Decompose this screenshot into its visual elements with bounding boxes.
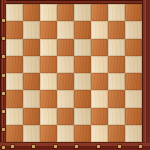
square-a8[interactable] (6, 4, 23, 21)
square-b6[interactable] (23, 39, 40, 56)
brass-inlay (2, 146, 5, 149)
square-f7[interactable] (91, 21, 108, 38)
brass-inlay (54, 145, 57, 148)
square-d5[interactable] (57, 56, 74, 73)
square-d2[interactable] (57, 108, 74, 125)
brass-inlay (2, 110, 5, 113)
square-b4[interactable] (23, 73, 40, 90)
square-a5[interactable] (6, 56, 23, 73)
square-a7[interactable] (6, 21, 23, 38)
square-e8[interactable] (74, 4, 91, 21)
square-d4[interactable] (57, 73, 74, 90)
brass-inlay (2, 19, 5, 22)
square-c4[interactable] (40, 73, 57, 90)
square-f2[interactable] (91, 108, 108, 125)
square-h6[interactable] (125, 39, 142, 56)
square-e4[interactable] (74, 73, 91, 90)
square-d3[interactable] (57, 90, 74, 107)
brass-inlay (2, 37, 5, 40)
square-g2[interactable] (108, 108, 125, 125)
square-f3[interactable] (91, 90, 108, 107)
brass-inlay (75, 145, 78, 148)
square-c2[interactable] (40, 108, 57, 125)
square-e3[interactable] (74, 90, 91, 107)
brass-inlay (32, 145, 35, 148)
square-h5[interactable] (125, 56, 142, 73)
square-g3[interactable] (108, 90, 125, 107)
square-f6[interactable] (91, 39, 108, 56)
square-a6[interactable] (6, 39, 23, 56)
square-a2[interactable] (6, 108, 23, 125)
square-a4[interactable] (6, 73, 23, 90)
square-b7[interactable] (23, 21, 40, 38)
chess-board (0, 0, 150, 150)
board-grid (6, 4, 142, 142)
square-c7[interactable] (40, 21, 57, 38)
brass-inlay (118, 145, 121, 148)
square-c8[interactable] (40, 4, 57, 21)
square-g5[interactable] (108, 56, 125, 73)
square-e6[interactable] (74, 39, 91, 56)
square-e7[interactable] (74, 21, 91, 38)
square-h8[interactable] (125, 4, 142, 21)
square-h3[interactable] (125, 90, 142, 107)
frame-rail-right (142, 0, 150, 150)
square-h4[interactable] (125, 73, 142, 90)
square-b3[interactable] (23, 90, 40, 107)
brass-inlay (2, 128, 5, 131)
square-b8[interactable] (23, 4, 40, 21)
square-a1[interactable] (6, 125, 23, 142)
brass-inlay (2, 92, 5, 95)
square-f8[interactable] (91, 4, 108, 21)
square-g6[interactable] (108, 39, 125, 56)
square-d7[interactable] (57, 21, 74, 38)
square-h2[interactable] (125, 108, 142, 125)
square-e1[interactable] (74, 125, 91, 142)
square-b1[interactable] (23, 125, 40, 142)
square-e5[interactable] (74, 56, 91, 73)
brass-inlay (139, 145, 142, 148)
square-f5[interactable] (91, 56, 108, 73)
square-g1[interactable] (108, 125, 125, 142)
square-c1[interactable] (40, 125, 57, 142)
square-b5[interactable] (23, 56, 40, 73)
square-d8[interactable] (57, 4, 74, 21)
square-a3[interactable] (6, 90, 23, 107)
square-d1[interactable] (57, 125, 74, 142)
square-g4[interactable] (108, 73, 125, 90)
brass-inlay (11, 145, 14, 148)
square-e2[interactable] (74, 108, 91, 125)
square-f4[interactable] (91, 73, 108, 90)
square-c3[interactable] (40, 90, 57, 107)
brass-inlay (2, 74, 5, 77)
square-g7[interactable] (108, 21, 125, 38)
square-c6[interactable] (40, 39, 57, 56)
square-d6[interactable] (57, 39, 74, 56)
square-b2[interactable] (23, 108, 40, 125)
square-c5[interactable] (40, 56, 57, 73)
square-h7[interactable] (125, 21, 142, 38)
square-f1[interactable] (91, 125, 108, 142)
square-g8[interactable] (108, 4, 125, 21)
brass-inlay (97, 145, 100, 148)
square-h1[interactable] (125, 125, 142, 142)
brass-inlay (2, 55, 5, 58)
